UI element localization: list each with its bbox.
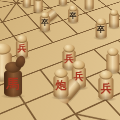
piece-back[interactable] bbox=[34, 0, 43, 12]
carved-horse-piece[interactable]: 馬 bbox=[4, 62, 22, 97]
piece-black-soldier[interactable]: 卒 bbox=[68, 6, 78, 23]
piece-body bbox=[23, 0, 31, 7]
piece-body bbox=[34, 0, 43, 12]
piece-dome bbox=[69, 6, 77, 12]
piece-character-炮: 炮 bbox=[56, 81, 67, 92]
piece-black-soldier[interactable]: 卒 bbox=[40, 12, 50, 31]
piece-character-馬: 馬 bbox=[6, 77, 19, 90]
piece-back[interactable] bbox=[106, 48, 119, 73]
piece-body: 兵 bbox=[98, 77, 113, 100]
piece-character-卒: 卒 bbox=[97, 26, 105, 34]
piece-back[interactable] bbox=[85, 0, 94, 10]
piece-character-卒: 卒 bbox=[41, 20, 48, 27]
piece-character-兵: 兵 bbox=[18, 44, 27, 53]
piece-body bbox=[59, 0, 67, 5]
piece-dome bbox=[110, 10, 118, 16]
piece-black-soldier[interactable]: 卒 bbox=[96, 18, 107, 38]
xiangqi-photo-scene: 卒卒卒兵兵兵馬炮兵 bbox=[0, 0, 120, 120]
piece-red-soldier[interactable]: 兵 bbox=[16, 35, 28, 58]
piece-dome bbox=[17, 35, 27, 43]
piece-back[interactable] bbox=[59, 0, 67, 5]
piece-dome bbox=[97, 18, 106, 25]
pieces-layer: 卒卒卒兵兵兵馬炮兵 bbox=[0, 0, 120, 120]
piece-character-兵: 兵 bbox=[100, 83, 111, 94]
piece-red-soldier[interactable]: 兵 bbox=[98, 71, 113, 100]
piece-red-cannon[interactable]: 炮 bbox=[53, 69, 68, 98]
piece-dome bbox=[64, 44, 75, 52]
piece-back[interactable] bbox=[109, 10, 119, 28]
piece-body: 馬 bbox=[4, 70, 22, 97]
piece-body: 炮 bbox=[53, 75, 68, 98]
piece-body bbox=[85, 0, 94, 10]
piece-back[interactable] bbox=[23, 0, 31, 7]
piece-dome bbox=[73, 60, 85, 69]
piece-character-卒: 卒 bbox=[70, 12, 77, 19]
